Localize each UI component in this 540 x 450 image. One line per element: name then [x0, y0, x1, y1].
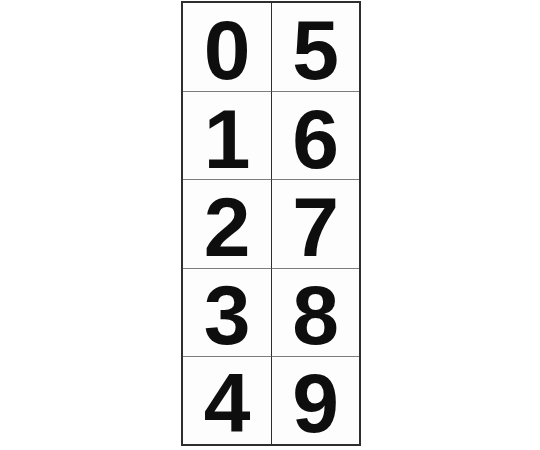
digit-7: 7	[292, 185, 339, 268]
number-sticker-image: 0 5 1 6 2 7 3 8 4 9	[0, 0, 540, 450]
cell-r5c2: 9	[271, 356, 359, 444]
cell-r4c1: 3	[183, 268, 271, 356]
digit-1: 1	[204, 97, 251, 180]
digit-3: 3	[204, 273, 251, 356]
cell-r1c1: 0	[183, 3, 271, 91]
cell-r2c1: 1	[183, 91, 271, 179]
cell-r1c2: 5	[271, 3, 359, 91]
digit-8: 8	[292, 273, 339, 356]
cell-r3c1: 2	[183, 179, 271, 267]
digit-4: 4	[204, 361, 251, 444]
digit-2: 2	[204, 185, 251, 268]
cell-r5c1: 4	[183, 356, 271, 444]
digit-5: 5	[292, 8, 339, 91]
cell-r4c2: 8	[271, 268, 359, 356]
cell-r2c2: 6	[271, 91, 359, 179]
digit-0: 0	[204, 8, 251, 91]
number-grid: 0 5 1 6 2 7 3 8 4 9	[181, 1, 361, 446]
digit-6: 6	[292, 97, 339, 180]
cell-r3c2: 7	[271, 179, 359, 267]
digit-9: 9	[292, 361, 339, 444]
